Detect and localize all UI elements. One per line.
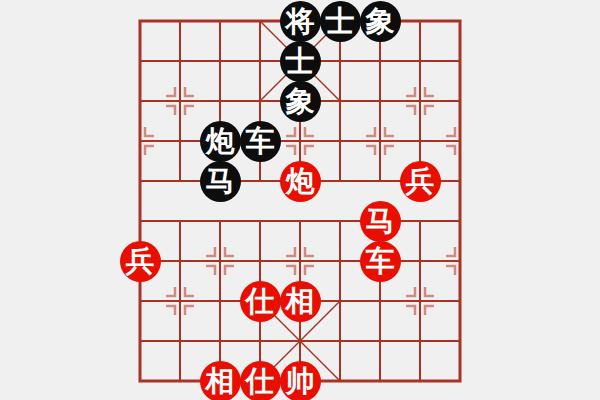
piece-black-chariot[interactable]: 车 <box>240 121 281 162</box>
piece-red-elephant[interactable]: 相 <box>200 361 241 400</box>
piece-glyph: 马 <box>206 167 235 196</box>
piece-black-advisor[interactable]: 士 <box>280 41 321 82</box>
piece-glyph: 士 <box>286 47 315 76</box>
piece-glyph: 仕 <box>246 287 275 316</box>
piece-glyph: 象 <box>366 7 395 36</box>
piece-red-soldier[interactable]: 兵 <box>120 241 161 282</box>
piece-glyph: 将 <box>286 7 315 36</box>
piece-glyph: 车 <box>366 247 395 276</box>
piece-black-cannon[interactable]: 炮 <box>200 121 241 162</box>
piece-glyph: 士 <box>326 7 355 36</box>
piece-glyph: 相 <box>206 367 235 396</box>
xiangqi-app: 将士象士象炮车马炮兵马兵车仕相相仕帅 <box>0 0 600 400</box>
piece-red-cannon[interactable]: 炮 <box>280 161 321 202</box>
piece-black-general[interactable]: 将 <box>280 1 321 42</box>
piece-red-horse[interactable]: 马 <box>360 201 401 242</box>
piece-glyph: 车 <box>246 127 275 156</box>
piece-red-general[interactable]: 帅 <box>280 361 321 400</box>
piece-red-soldier[interactable]: 兵 <box>400 161 441 202</box>
piece-red-advisor[interactable]: 仕 <box>240 361 281 400</box>
piece-red-advisor[interactable]: 仕 <box>240 281 281 322</box>
piece-glyph: 兵 <box>126 247 155 276</box>
piece-glyph: 炮 <box>206 127 235 156</box>
piece-black-elephant[interactable]: 象 <box>280 81 321 122</box>
piece-glyph: 马 <box>366 207 395 236</box>
piece-black-advisor[interactable]: 士 <box>320 1 361 42</box>
piece-glyph: 炮 <box>286 167 315 196</box>
pieces-layer: 将士象士象炮车马炮兵马兵车仕相相仕帅 <box>0 0 600 400</box>
piece-glyph: 相 <box>286 287 315 316</box>
piece-red-chariot[interactable]: 车 <box>360 241 401 282</box>
piece-black-elephant[interactable]: 象 <box>360 1 401 42</box>
piece-black-horse[interactable]: 马 <box>200 161 241 202</box>
piece-glyph: 象 <box>286 87 315 116</box>
piece-glyph: 仕 <box>246 367 275 396</box>
piece-glyph: 兵 <box>406 167 435 196</box>
piece-red-elephant[interactable]: 相 <box>280 281 321 322</box>
piece-glyph: 帅 <box>286 367 315 396</box>
